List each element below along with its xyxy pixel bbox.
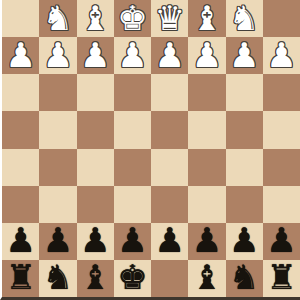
black-bishop-piece[interactable]: ♝	[192, 260, 222, 294]
square-e7[interactable]: ♟	[114, 223, 151, 260]
square-f4[interactable]	[77, 111, 114, 148]
square-b5[interactable]	[226, 149, 263, 186]
square-e2[interactable]: ♟	[114, 37, 151, 74]
black-pawn-piece[interactable]: ♟	[154, 223, 184, 257]
square-f1[interactable]: ♝	[77, 0, 114, 37]
square-h7[interactable]: ♟	[2, 223, 39, 260]
square-h1[interactable]	[2, 0, 39, 37]
square-e8[interactable]: ♚	[114, 260, 151, 297]
square-b1[interactable]: ♞	[226, 0, 263, 37]
square-b7[interactable]: ♟	[226, 223, 263, 260]
square-f6[interactable]	[77, 186, 114, 223]
square-g5[interactable]	[39, 149, 76, 186]
black-pawn-piece[interactable]: ♟	[266, 223, 296, 257]
chess-board: ♞♝♚♛♝♞♟♟♟♟♟♟♟♟♟♟♟♟♟♟♟♟♜♞♝♚♝♞♜	[2, 0, 300, 297]
square-g7[interactable]: ♟	[39, 223, 76, 260]
square-g6[interactable]	[39, 186, 76, 223]
square-h8[interactable]: ♜	[2, 260, 39, 297]
square-f7[interactable]: ♟	[77, 223, 114, 260]
black-knight-piece[interactable]: ♞	[229, 260, 259, 294]
square-g3[interactable]	[39, 74, 76, 111]
black-pawn-piece[interactable]: ♟	[192, 223, 222, 257]
square-c5[interactable]	[188, 149, 225, 186]
square-e4[interactable]	[114, 111, 151, 148]
square-a2[interactable]: ♟	[263, 37, 300, 74]
square-d6[interactable]	[151, 186, 188, 223]
square-e1[interactable]: ♚	[114, 0, 151, 37]
black-pawn-piece[interactable]: ♟	[80, 223, 110, 257]
black-rook-piece[interactable]: ♜	[5, 260, 35, 294]
square-a8[interactable]: ♜	[263, 260, 300, 297]
square-e3[interactable]	[114, 74, 151, 111]
square-d7[interactable]: ♟	[151, 223, 188, 260]
square-a4[interactable]	[263, 111, 300, 148]
black-bishop-piece[interactable]: ♝	[80, 260, 110, 294]
square-c7[interactable]: ♟	[188, 223, 225, 260]
white-pawn-piece[interactable]: ♟	[80, 38, 110, 72]
square-a7[interactable]: ♟	[263, 223, 300, 260]
white-bishop-piece[interactable]: ♝	[192, 1, 222, 35]
square-b4[interactable]	[226, 111, 263, 148]
white-pawn-piece[interactable]: ♟	[5, 38, 35, 72]
square-b8[interactable]: ♞	[226, 260, 263, 297]
square-d8[interactable]	[151, 260, 188, 297]
white-pawn-piece[interactable]: ♟	[229, 38, 259, 72]
square-g1[interactable]: ♞	[39, 0, 76, 37]
black-rook-piece[interactable]: ♜	[266, 260, 296, 294]
square-e6[interactable]	[114, 186, 151, 223]
square-b2[interactable]: ♟	[226, 37, 263, 74]
white-pawn-piece[interactable]: ♟	[117, 38, 147, 72]
white-bishop-piece[interactable]: ♝	[80, 1, 110, 35]
square-f3[interactable]	[77, 74, 114, 111]
square-h4[interactable]	[2, 111, 39, 148]
square-d4[interactable]	[151, 111, 188, 148]
square-d2[interactable]: ♟	[151, 37, 188, 74]
square-e5[interactable]	[114, 149, 151, 186]
square-c4[interactable]	[188, 111, 225, 148]
square-f8[interactable]: ♝	[77, 260, 114, 297]
square-h6[interactable]	[2, 186, 39, 223]
black-knight-piece[interactable]: ♞	[43, 260, 73, 294]
square-g8[interactable]: ♞	[39, 260, 76, 297]
square-h3[interactable]	[2, 74, 39, 111]
black-pawn-piece[interactable]: ♟	[5, 223, 35, 257]
chess-board-container: ♞♝♚♛♝♞♟♟♟♟♟♟♟♟♟♟♟♟♟♟♟♟♜♞♝♚♝♞♜	[0, 0, 300, 300]
white-pawn-piece[interactable]: ♟	[266, 38, 296, 72]
square-g4[interactable]	[39, 111, 76, 148]
square-c2[interactable]: ♟	[188, 37, 225, 74]
black-pawn-piece[interactable]: ♟	[229, 223, 259, 257]
white-pawn-piece[interactable]: ♟	[192, 38, 222, 72]
square-b3[interactable]	[226, 74, 263, 111]
square-a6[interactable]	[263, 186, 300, 223]
black-king-piece[interactable]: ♚	[117, 260, 147, 294]
square-a3[interactable]	[263, 74, 300, 111]
square-h5[interactable]	[2, 149, 39, 186]
square-g2[interactable]: ♟	[39, 37, 76, 74]
square-c6[interactable]	[188, 186, 225, 223]
square-a1[interactable]	[263, 0, 300, 37]
white-knight-piece[interactable]: ♞	[229, 1, 259, 35]
square-f5[interactable]	[77, 149, 114, 186]
square-c8[interactable]: ♝	[188, 260, 225, 297]
square-a5[interactable]	[263, 149, 300, 186]
square-c3[interactable]	[188, 74, 225, 111]
square-f2[interactable]: ♟	[77, 37, 114, 74]
square-b6[interactable]	[226, 186, 263, 223]
square-d5[interactable]	[151, 149, 188, 186]
white-knight-piece[interactable]: ♞	[43, 1, 73, 35]
white-pawn-piece[interactable]: ♟	[154, 38, 184, 72]
white-queen-piece[interactable]: ♛	[154, 1, 184, 35]
square-c1[interactable]: ♝	[188, 0, 225, 37]
square-h2[interactable]: ♟	[2, 37, 39, 74]
square-d3[interactable]	[151, 74, 188, 111]
white-king-piece[interactable]: ♚	[117, 1, 147, 35]
black-pawn-piece[interactable]: ♟	[117, 223, 147, 257]
black-pawn-piece[interactable]: ♟	[43, 223, 73, 257]
square-d1[interactable]: ♛	[151, 0, 188, 37]
white-pawn-piece[interactable]: ♟	[43, 38, 73, 72]
